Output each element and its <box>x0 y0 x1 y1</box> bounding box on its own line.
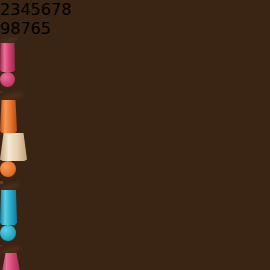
piece-head <box>0 161 16 177</box>
piece-head <box>0 225 16 241</box>
piece-body <box>0 43 15 72</box>
piece-pink-cone[interactable] <box>0 247 270 270</box>
piece-body <box>0 253 22 270</box>
table-wood-background <box>0 0 270 120</box>
piece-body <box>0 100 17 133</box>
piece-body <box>0 190 17 225</box>
piece-pedestal <box>0 133 27 161</box>
piece-teal-peg-left[interactable] <box>0 184 270 247</box>
photo-stage: 2345678 98765 <box>0 0 270 270</box>
